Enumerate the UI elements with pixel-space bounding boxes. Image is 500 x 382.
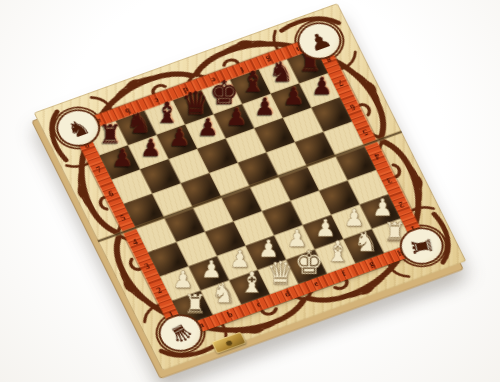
chess-board: ♞ ♟ ♛ ♜ abcdefgh 87654321 ♜♞♝♛♚♝♞♜♟♟♟♟♟♟… (34, 3, 467, 371)
photo-background: ♞ ♟ ♛ ♜ abcdefgh 87654321 ♜♞♝♛♚♝♞♜♟♟♟♟♟♟… (0, 0, 500, 382)
rank-label: 5 (120, 214, 128, 223)
rank-label: 2 (156, 287, 164, 296)
piece-black-pawn: ♟ (307, 70, 338, 101)
rank-label: 2 (397, 200, 405, 209)
file-label: f (341, 270, 347, 278)
rank-label: 4 (373, 151, 381, 160)
board-face: ♞ ♟ ♛ ♜ abcdefgh 87654321 ♜♞♝♛♚♝♞♜♟♟♟♟♟♟… (34, 3, 467, 371)
file-label: b (226, 311, 234, 320)
knight-silhouette-icon: ♞ (63, 115, 93, 142)
rank-label: 4 (132, 238, 140, 247)
rank-label: 6 (349, 103, 357, 112)
rank-label: 7 (336, 79, 344, 88)
queen-silhouette-icon: ♛ (165, 319, 197, 347)
rank-label: 7 (95, 166, 103, 175)
rook-silhouette-icon: ♜ (407, 235, 436, 258)
rank-label: 3 (385, 176, 393, 185)
rank-label: 5 (361, 127, 369, 136)
rank-label: 6 (107, 190, 115, 199)
pawn-silhouette-icon: ♟ (304, 27, 334, 54)
file-label: g (368, 260, 376, 269)
file-label: c (255, 301, 262, 309)
rank-label: 3 (144, 263, 152, 272)
